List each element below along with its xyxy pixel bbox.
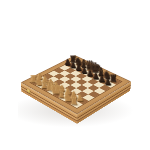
piece-shadow: [65, 98, 74, 103]
piece-shadow: [42, 86, 51, 91]
chess-box-frame: ♜♞♝♛♚♝♞♜♟♟♟♟♟♟♟♟♟♟♟♟♟♟♟♟♜♞♝♛♚♝♞♜: [21, 55, 131, 114]
piece-shadow: [71, 102, 80, 107]
chess-set-3d-scene: ♜♞♝♛♚♝♞♜♟♟♟♟♟♟♟♟♟♟♟♟♟♟♟♟♜♞♝♛♚♝♞♜: [37, 43, 115, 121]
brass-clasp-icon: [27, 89, 31, 94]
square-h7: ♟: [105, 82, 116, 88]
piece-shadow: [36, 83, 45, 88]
piece-white-rook: ♜: [29, 74, 38, 84]
product-photo-chess-set: ♜♞♝♛♚♝♞♜♟♟♟♟♟♟♟♟♟♟♟♟♟♟♟♟♜♞♝♛♚♝♞♜: [0, 0, 150, 150]
piece-shadow: [59, 95, 68, 100]
